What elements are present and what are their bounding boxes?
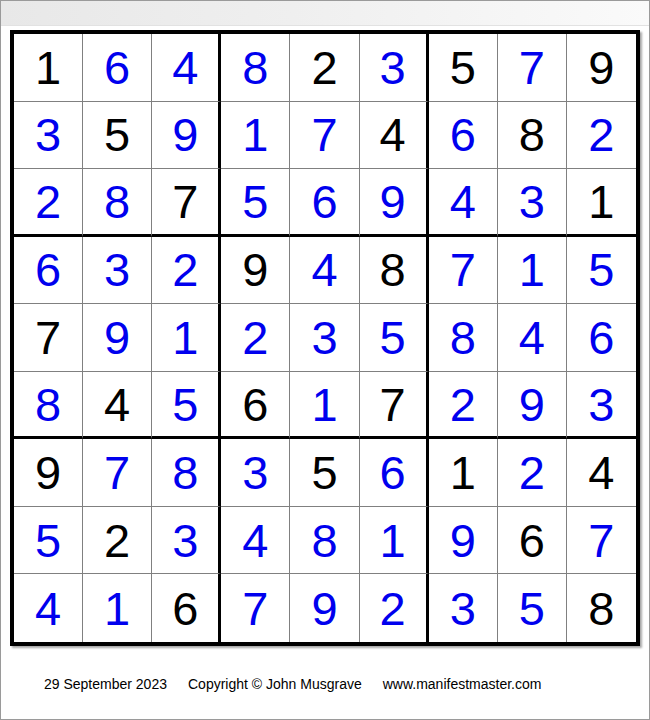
sudoku-cell-r5c7: 8 — [429, 304, 498, 372]
sudoku-cell-r1c6: 3 — [360, 34, 429, 102]
sudoku-cell-r1c8: 7 — [498, 34, 567, 102]
footer: 29 September 2023Copyright © John Musgra… — [44, 676, 541, 692]
footer-copyright: Copyright © John Musgrave — [188, 676, 362, 692]
sudoku-cell-r9c8: 5 — [498, 574, 567, 642]
sudoku-cell-r4c9: 5 — [567, 237, 636, 305]
sudoku-cell-r9c5: 9 — [290, 574, 359, 642]
sudoku-cell-r4c3: 2 — [152, 237, 221, 305]
sudoku-cell-r2c4: 1 — [221, 102, 290, 170]
sudoku-cell-r2c5: 7 — [290, 102, 359, 170]
sudoku-cell-r6c5: 1 — [290, 372, 359, 440]
sudoku-cell-r7c6: 6 — [360, 439, 429, 507]
sudoku-cell-r5c1: 7 — [14, 304, 83, 372]
sudoku-cell-r3c8: 3 — [498, 169, 567, 237]
sudoku-cell-r9c4: 7 — [221, 574, 290, 642]
sudoku-cell-r4c8: 1 — [498, 237, 567, 305]
sudoku-cell-r8c3: 3 — [152, 507, 221, 575]
sudoku-cell-r8c2: 2 — [83, 507, 152, 575]
sudoku-cell-r3c1: 2 — [14, 169, 83, 237]
sudoku-cell-r3c5: 6 — [290, 169, 359, 237]
sudoku-cell-r5c6: 5 — [360, 304, 429, 372]
sudoku-cell-r7c1: 9 — [14, 439, 83, 507]
sudoku-cell-r8c6: 1 — [360, 507, 429, 575]
sudoku-cell-r5c2: 9 — [83, 304, 152, 372]
sudoku-cell-r9c7: 3 — [429, 574, 498, 642]
sudoku-cell-r6c3: 5 — [152, 372, 221, 440]
sudoku-cell-r8c5: 8 — [290, 507, 359, 575]
sudoku-cell-r6c2: 4 — [83, 372, 152, 440]
page: 1648235793591746822875694316329487157912… — [0, 0, 650, 720]
sudoku-cell-r2c2: 5 — [83, 102, 152, 170]
sudoku-cell-r2c6: 4 — [360, 102, 429, 170]
sudoku-cell-r7c9: 4 — [567, 439, 636, 507]
sudoku-cell-r7c3: 8 — [152, 439, 221, 507]
sudoku-cell-r1c9: 9 — [567, 34, 636, 102]
sudoku-cell-r3c2: 8 — [83, 169, 152, 237]
sudoku-cell-r5c8: 4 — [498, 304, 567, 372]
sudoku-cell-r7c2: 7 — [83, 439, 152, 507]
sudoku-cell-r6c7: 2 — [429, 372, 498, 440]
sudoku-cell-r1c5: 2 — [290, 34, 359, 102]
sudoku-cell-r1c1: 1 — [14, 34, 83, 102]
sudoku-cell-r8c4: 4 — [221, 507, 290, 575]
sudoku-cell-r7c4: 3 — [221, 439, 290, 507]
sudoku-cell-r5c9: 6 — [567, 304, 636, 372]
sudoku-cell-r9c6: 2 — [360, 574, 429, 642]
sudoku-cell-r4c5: 4 — [290, 237, 359, 305]
sudoku-cell-r8c1: 5 — [14, 507, 83, 575]
sudoku-cell-r2c9: 2 — [567, 102, 636, 170]
sudoku-cell-r9c1: 4 — [14, 574, 83, 642]
sudoku-cell-r5c3: 1 — [152, 304, 221, 372]
sudoku-cell-r4c1: 6 — [14, 237, 83, 305]
sudoku-cell-r2c7: 6 — [429, 102, 498, 170]
sudoku-cell-r4c2: 3 — [83, 237, 152, 305]
sudoku-cell-r3c6: 9 — [360, 169, 429, 237]
sudoku-cell-r9c9: 8 — [567, 574, 636, 642]
sudoku-cell-r3c3: 7 — [152, 169, 221, 237]
sudoku-cell-r6c8: 9 — [498, 372, 567, 440]
sudoku-cell-r2c1: 3 — [14, 102, 83, 170]
footer-date: 29 September 2023 — [44, 676, 167, 692]
sudoku-cell-r3c4: 5 — [221, 169, 290, 237]
sudoku-cell-r9c3: 6 — [152, 574, 221, 642]
sudoku-cell-r4c6: 8 — [360, 237, 429, 305]
sudoku-cell-r6c4: 6 — [221, 372, 290, 440]
sudoku-cell-r8c9: 7 — [567, 507, 636, 575]
top-bar — [1, 1, 649, 26]
sudoku-cell-r8c7: 9 — [429, 507, 498, 575]
sudoku-cell-r6c1: 8 — [14, 372, 83, 440]
sudoku-grid: 1648235793591746822875694316329487157912… — [10, 30, 640, 646]
sudoku-cell-r9c2: 1 — [83, 574, 152, 642]
footer-website: www.manifestmaster.com — [383, 676, 542, 692]
sudoku-cell-r3c7: 4 — [429, 169, 498, 237]
sudoku-cell-r7c8: 2 — [498, 439, 567, 507]
sudoku-cell-r5c5: 3 — [290, 304, 359, 372]
sudoku-cell-r8c8: 6 — [498, 507, 567, 575]
sudoku-cell-r4c7: 7 — [429, 237, 498, 305]
sudoku-cell-r2c3: 9 — [152, 102, 221, 170]
sudoku-cell-r3c9: 1 — [567, 169, 636, 237]
sudoku-cell-r5c4: 2 — [221, 304, 290, 372]
sudoku-cell-r4c4: 9 — [221, 237, 290, 305]
sudoku-cell-r6c9: 3 — [567, 372, 636, 440]
sudoku-cell-r7c7: 1 — [429, 439, 498, 507]
sudoku-cell-r7c5: 5 — [290, 439, 359, 507]
sudoku-cell-r1c2: 6 — [83, 34, 152, 102]
sudoku-cell-r1c4: 8 — [221, 34, 290, 102]
sudoku-cell-r1c7: 5 — [429, 34, 498, 102]
sudoku-cell-r2c8: 8 — [498, 102, 567, 170]
sudoku-cell-r1c3: 4 — [152, 34, 221, 102]
sudoku-cell-r6c6: 7 — [360, 372, 429, 440]
